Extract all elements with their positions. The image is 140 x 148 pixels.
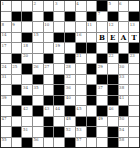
grid-cell[interactable]: 14 [1, 33, 11, 43]
grid-cell[interactable] [87, 138, 97, 148]
clue-number: 15 [34, 33, 39, 38]
grid-cell[interactable] [129, 64, 139, 74]
clue-number: 14 [2, 33, 7, 38]
block-cell [87, 96, 97, 106]
grid-cell[interactable] [97, 138, 107, 148]
grid-cell[interactable]: 15 [33, 33, 43, 43]
clue-number: 53 [76, 127, 81, 132]
clue-number: 30 [119, 64, 124, 69]
clue-number: 3 [55, 1, 58, 6]
block-cell [22, 33, 32, 43]
block-cell [44, 12, 54, 22]
clue-number: 18 [23, 43, 28, 48]
grid-cell[interactable]: A [119, 33, 129, 43]
grid-cell[interactable] [129, 127, 139, 137]
grid-cell[interactable] [97, 43, 107, 53]
grid-cell[interactable]: 2 [33, 1, 43, 11]
grid-cell[interactable]: 16 [76, 33, 86, 43]
grid-cell[interactable] [44, 138, 54, 148]
grid-cell[interactable] [129, 75, 139, 85]
clue-number: 49 [98, 117, 103, 122]
grid-cell[interactable]: 32 [65, 75, 75, 85]
grid-cell[interactable]: 46 [108, 106, 118, 116]
grid-cell[interactable]: 21 [76, 54, 86, 64]
grid-cell[interactable] [12, 138, 22, 148]
clue-number: 35 [34, 85, 39, 90]
grid-cell[interactable] [12, 33, 22, 43]
grid-cell[interactable]: 18 [22, 43, 32, 53]
grid-cell[interactable] [44, 1, 54, 11]
grid-cell[interactable]: 45 [76, 106, 86, 116]
grid-cell[interactable] [76, 75, 86, 85]
block-cell [65, 138, 75, 148]
grid-cell[interactable] [54, 64, 64, 74]
clue-number: 43 [44, 106, 49, 111]
grid-cell[interactable] [54, 22, 64, 32]
grid-cell[interactable]: 53 [76, 127, 86, 137]
grid-cell[interactable] [22, 1, 32, 11]
block-cell [87, 43, 97, 53]
grid-cell[interactable]: 22 [108, 54, 118, 64]
grid-cell[interactable]: 31 [1, 75, 11, 85]
clue-number: 4 [76, 1, 79, 6]
grid-cell[interactable] [129, 117, 139, 127]
grid-cell[interactable]: 19 [54, 43, 64, 53]
grid-cell[interactable] [12, 43, 22, 53]
block-cell [65, 54, 75, 64]
clue-number: 41 [119, 96, 124, 101]
clue-number: 28 [66, 64, 71, 69]
grid-cell[interactable]: 49 [97, 117, 107, 127]
block-cell [22, 138, 32, 148]
grid-cell[interactable] [97, 22, 107, 32]
grid-cell[interactable]: 33 [119, 75, 129, 85]
block-cell [22, 64, 32, 74]
clue-number: 34 [23, 85, 28, 90]
clue-number: 20 [23, 54, 28, 59]
grid-cell[interactable]: 58 [119, 138, 129, 148]
block-cell [108, 85, 118, 95]
grid-cell[interactable] [87, 33, 97, 43]
clue-number: 32 [66, 75, 71, 80]
grid-cell[interactable] [12, 96, 22, 106]
grid-cell[interactable] [44, 85, 54, 95]
clue-number: 39 [2, 96, 7, 101]
grid-cell[interactable] [97, 96, 107, 106]
grid-cell[interactable] [44, 43, 54, 53]
grid-cell[interactable]: 41 [119, 96, 129, 106]
grid-cell[interactable] [119, 12, 129, 22]
cell-letter: A [119, 33, 129, 43]
grid-cell[interactable]: 9 [12, 22, 22, 32]
grid-cell[interactable]: 13 [129, 22, 139, 32]
grid-cell[interactable]: 37 [97, 85, 107, 95]
clue-number: 7 [98, 12, 101, 17]
grid-cell[interactable]: 36 [65, 85, 75, 95]
clue-number: 55 [2, 138, 7, 143]
grid-cell[interactable] [1, 106, 11, 116]
cell-letter: E [108, 33, 118, 43]
grid-cell[interactable]: 24 [1, 64, 11, 74]
grid-cell[interactable] [119, 43, 129, 53]
block-cell [76, 43, 86, 53]
clue-number: 29 [98, 64, 103, 69]
clue-number: 10 [44, 22, 49, 27]
cell-letter: T [129, 33, 139, 43]
grid-cell[interactable] [1, 127, 11, 137]
clue-number: 31 [2, 75, 7, 80]
grid-cell[interactable] [108, 117, 118, 127]
grid-cell[interactable] [65, 22, 75, 32]
grid-cell[interactable]: 43 [44, 106, 54, 116]
block-cell [54, 96, 64, 106]
grid-cell[interactable] [44, 33, 54, 43]
grid-cell[interactable] [1, 54, 11, 64]
block-cell [108, 12, 118, 22]
grid-cell[interactable] [22, 75, 32, 85]
clue-number: 42 [23, 106, 28, 111]
grid-cell[interactable]: 56 [33, 138, 43, 148]
cell-letter: B [97, 33, 107, 43]
grid-cell[interactable] [12, 117, 22, 127]
block-cell [44, 127, 54, 137]
clue-number: 51 [23, 127, 28, 132]
clue-number: 11 [87, 22, 92, 27]
clue-number: 17 [2, 43, 7, 48]
grid-cell[interactable]: 35 [33, 85, 43, 95]
grid-cell[interactable]: 25 [12, 64, 22, 74]
block-cell [108, 138, 118, 148]
grid-cell[interactable] [87, 106, 97, 116]
block-cell [87, 85, 97, 95]
block-cell [12, 127, 22, 137]
grid-cell[interactable]: 27 [44, 64, 54, 74]
block-cell [44, 96, 54, 106]
grid-cell[interactable]: 28 [65, 64, 75, 74]
block-cell [54, 33, 64, 43]
grid-cell[interactable] [12, 1, 22, 11]
clue-number: 25 [12, 64, 17, 69]
grid-cell[interactable]: 26 [33, 64, 43, 74]
block-cell [87, 64, 97, 74]
block-cell [65, 33, 75, 43]
crossword-grid: 12345678910111213141516BEAT1718192021222… [0, 0, 140, 148]
grid-cell[interactable] [129, 138, 139, 148]
block-cell [12, 12, 22, 22]
block-cell [33, 106, 43, 116]
grid-cell[interactable] [12, 75, 22, 85]
block-cell [33, 75, 43, 85]
grid-cell[interactable]: 1 [1, 1, 11, 11]
clue-number: 12 [108, 22, 113, 27]
grid-cell[interactable] [76, 22, 86, 32]
grid-cell[interactable] [54, 54, 64, 64]
grid-cell[interactable]: 50 [119, 117, 129, 127]
clue-number: 36 [66, 85, 71, 90]
block-cell [12, 106, 22, 116]
clue-number: 52 [66, 127, 71, 132]
block-cell [108, 127, 118, 137]
block-cell [22, 96, 32, 106]
clue-number: 56 [34, 138, 39, 143]
grid-cell[interactable] [76, 12, 86, 22]
block-cell [87, 127, 97, 137]
grid-cell[interactable]: 55 [1, 138, 11, 148]
clue-number: 23 [130, 54, 135, 59]
block-cell [108, 96, 118, 106]
block-cell [54, 85, 64, 95]
clue-number: 33 [119, 75, 124, 80]
block-cell [54, 127, 64, 137]
clue-number: 13 [130, 22, 135, 27]
clue-number: 2 [34, 1, 37, 6]
grid-cell[interactable]: 42 [22, 106, 32, 116]
block-cell [97, 75, 107, 85]
grid-cell[interactable] [76, 64, 86, 74]
grid-cell[interactable]: B [97, 33, 107, 43]
grid-cell[interactable] [65, 1, 75, 11]
clue-number: 58 [119, 138, 124, 143]
grid-cell[interactable] [33, 54, 43, 64]
grid-cell[interactable]: 52 [65, 127, 75, 137]
block-cell [108, 43, 118, 53]
grid-cell[interactable] [129, 1, 139, 11]
clue-number: 40 [66, 96, 71, 101]
clue-number: 48 [66, 117, 71, 122]
grid-cell[interactable]: 10 [44, 22, 54, 32]
grid-cell[interactable] [76, 96, 86, 106]
block-cell [119, 106, 129, 116]
grid-cell[interactable]: 8 [1, 22, 11, 32]
grid-cell[interactable] [44, 75, 54, 85]
clue-number: 19 [55, 43, 60, 48]
grid-cell[interactable] [33, 127, 43, 137]
block-cell [76, 117, 86, 127]
clue-number: 9 [12, 22, 15, 27]
clue-number: 50 [119, 117, 124, 122]
clue-number: 6 [119, 1, 122, 6]
grid-cell[interactable]: 23 [129, 54, 139, 64]
block-cell [65, 12, 75, 22]
clue-number: 1 [2, 1, 5, 6]
clue-number: 22 [108, 54, 113, 59]
clue-number: 24 [2, 64, 7, 69]
clue-number: 8 [2, 22, 5, 27]
block-cell [54, 75, 64, 85]
grid-cell[interactable]: 11 [87, 22, 97, 32]
grid-cell[interactable]: 29 [97, 64, 107, 74]
grid-cell[interactable] [87, 1, 97, 11]
block-cell [12, 85, 22, 95]
block-cell [129, 12, 139, 22]
grid-cell[interactable]: T [129, 33, 139, 43]
grid-cell[interactable]: 30 [119, 64, 129, 74]
grid-cell[interactable] [54, 117, 64, 127]
grid-cell[interactable]: 48 [65, 117, 75, 127]
grid-cell[interactable] [33, 22, 43, 32]
clue-number: 37 [98, 85, 103, 90]
block-cell [119, 54, 129, 64]
grid-cell[interactable]: 54 [119, 127, 129, 137]
grid-cell[interactable]: 39 [1, 96, 11, 106]
grid-cell[interactable] [33, 43, 43, 53]
clue-number: 5 [108, 1, 111, 6]
grid-cell[interactable] [129, 106, 139, 116]
block-cell [12, 54, 22, 64]
grid-cell[interactable]: 20 [22, 54, 32, 64]
grid-cell[interactable] [22, 22, 32, 32]
grid-cell[interactable] [54, 12, 64, 22]
grid-cell[interactable]: 3 [54, 1, 64, 11]
block-cell [44, 117, 54, 127]
grid-cell[interactable] [22, 117, 32, 127]
grid-cell[interactable]: 47 [1, 117, 11, 127]
grid-cell[interactable] [65, 43, 75, 53]
grid-cell[interactable]: 51 [22, 127, 32, 137]
clue-number: 38 [119, 85, 124, 90]
block-cell [65, 106, 75, 116]
grid-cell[interactable] [108, 64, 118, 74]
block-cell [87, 12, 97, 22]
grid-cell[interactable]: 17 [1, 43, 11, 53]
block-cell [87, 117, 97, 127]
grid-cell[interactable] [87, 54, 97, 64]
grid-cell[interactable]: 4 [76, 1, 86, 11]
clue-number: 26 [34, 64, 39, 69]
clue-number: 45 [76, 106, 81, 111]
grid-cell[interactable]: 12 [108, 22, 118, 32]
grid-cell[interactable] [1, 85, 11, 95]
block-cell [22, 12, 32, 22]
grid-cell[interactable] [1, 12, 11, 22]
grid-cell[interactable] [87, 75, 97, 85]
grid-cell[interactable]: 7 [97, 12, 107, 22]
clue-number: 46 [108, 106, 113, 111]
grid-cell[interactable] [54, 138, 64, 148]
grid-cell[interactable] [33, 96, 43, 106]
block-cell [97, 106, 107, 116]
grid-cell[interactable] [129, 85, 139, 95]
block-cell [44, 54, 54, 64]
clue-number: 44 [55, 106, 60, 111]
grid-cell[interactable]: E [108, 33, 118, 43]
clue-number: 47 [2, 117, 7, 122]
block-cell [129, 43, 139, 53]
grid-cell[interactable]: 38 [119, 85, 129, 95]
grid-cell[interactable]: 5 [108, 1, 118, 11]
grid-cell[interactable] [119, 22, 129, 32]
grid-cell[interactable] [97, 127, 107, 137]
clue-number: 16 [76, 33, 81, 38]
clue-number: 21 [76, 54, 81, 59]
grid-cell[interactable]: 40 [65, 96, 75, 106]
grid-cell[interactable] [129, 96, 139, 106]
block-cell [97, 54, 107, 64]
block-cell [97, 1, 107, 11]
grid-cell[interactable] [33, 117, 43, 127]
grid-cell[interactable]: 34 [22, 85, 32, 95]
grid-cell[interactable]: 44 [54, 106, 64, 116]
block-cell [108, 75, 118, 85]
grid-cell[interactable] [33, 12, 43, 22]
grid-cell[interactable]: 6 [119, 1, 129, 11]
clue-number: 57 [76, 138, 81, 143]
clue-number: 27 [44, 64, 49, 69]
clue-number: 54 [119, 127, 124, 132]
grid-cell[interactable] [76, 85, 86, 95]
grid-cell[interactable]: 57 [76, 138, 86, 148]
